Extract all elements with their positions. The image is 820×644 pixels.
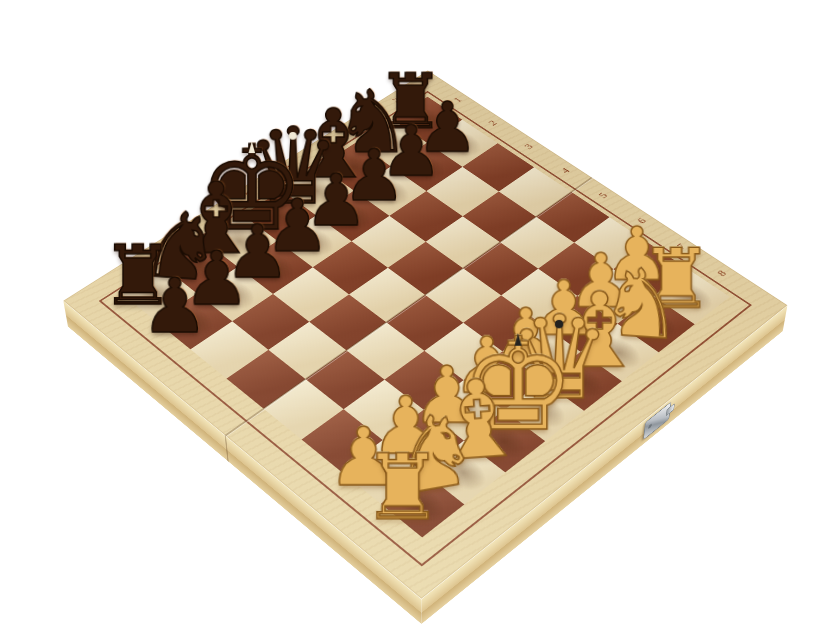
pawn-glyph: ♟ xyxy=(141,268,209,343)
chess-board: 12345678ABCDEFGH ♜♞♝♛♚♝♞♜♟♟♟♟♟♟♟♟♟♟♟♟♟♟♟… xyxy=(63,70,787,598)
rank-label-4: 4 xyxy=(558,166,573,176)
photo-stage: 12345678ABCDEFGH ♜♞♝♛♚♝♞♜♟♟♟♟♟♟♟♟♟♟♟♟♟♟♟… xyxy=(0,0,820,644)
rank-label-5: 5 xyxy=(595,190,610,200)
board-perspective-wrapper: 12345678ABCDEFGH ♜♞♝♛♚♝♞♜♟♟♟♟♟♟♟♟♟♟♟♟♟♟♟… xyxy=(169,47,681,559)
rank-label-3: 3 xyxy=(521,142,536,152)
rank-label-8: 8 xyxy=(714,268,730,279)
rank-label-2: 2 xyxy=(485,118,500,128)
rook-glyph: ♜ xyxy=(362,442,443,533)
king-finial-tip xyxy=(248,142,256,154)
king-finial-tip xyxy=(514,333,523,346)
square-g4[interactable] xyxy=(268,322,346,379)
box-halves-seam xyxy=(225,435,229,462)
square-h4[interactable] xyxy=(227,350,306,409)
